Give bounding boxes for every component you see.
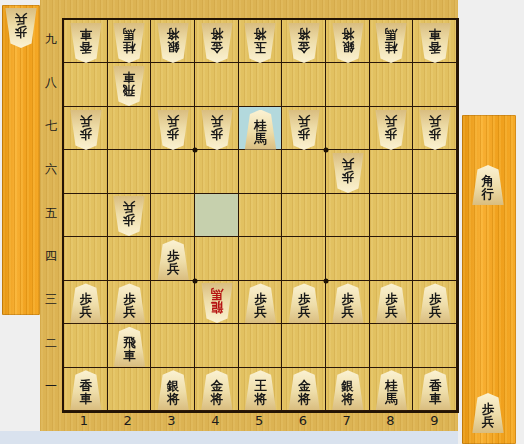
square-1-6[interactable] — [64, 150, 108, 193]
piece-kanji: 将 — [342, 28, 355, 41]
piece-pawn-sente[interactable]: 歩兵 — [243, 283, 277, 323]
piece-pawn-sente[interactable]: 歩兵 — [418, 283, 452, 323]
square-8-2[interactable] — [370, 324, 414, 367]
piece-kanji: 兵 — [211, 115, 224, 128]
square-8-9[interactable]: 桂馬 — [370, 20, 414, 63]
file-label-6: 6 — [281, 412, 325, 431]
piece-kanji: 将 — [167, 28, 180, 41]
square-4-1[interactable]: 金将 — [195, 368, 239, 411]
square-8-3[interactable]: 歩兵 — [370, 281, 414, 324]
file-label-2: 2 — [106, 412, 150, 431]
piece-lance-sente[interactable]: 香車 — [69, 370, 103, 410]
hoshi-dot — [193, 148, 198, 153]
file-label-5: 5 — [237, 412, 281, 431]
piece-gold-gote[interactable]: 金将 — [200, 23, 234, 63]
square-1-4[interactable] — [64, 237, 108, 280]
piece-kanji: 歩 — [298, 128, 311, 141]
square-3-3[interactable] — [151, 281, 195, 324]
piece-kanji: 馬 — [211, 288, 224, 301]
square-4-3[interactable]: 龍馬 — [195, 281, 239, 324]
piece-kanji: 将 — [254, 392, 267, 405]
piece-pawn-sente[interactable]: 歩兵 — [471, 393, 505, 433]
square-9-5[interactable] — [413, 194, 457, 237]
square-2-9[interactable]: 桂馬 — [108, 20, 152, 63]
piece-kanji: 歩 — [15, 26, 28, 39]
window-bottom-edge — [0, 431, 458, 444]
rank-label-2: 二 — [40, 322, 62, 365]
square-3-1[interactable]: 銀将 — [151, 368, 195, 411]
piece-kanji: 馬 — [385, 392, 398, 405]
piece-lance-gote[interactable]: 香車 — [69, 23, 103, 63]
hoshi-dot — [324, 278, 329, 283]
file-label-8: 8 — [369, 412, 413, 431]
piece-pawn-gote[interactable]: 歩兵 — [4, 8, 38, 48]
rank-label-8: 八 — [40, 61, 62, 104]
piece-kanji: 歩 — [211, 128, 224, 141]
square-5-8[interactable] — [239, 63, 283, 106]
piece-kanji: 将 — [211, 28, 224, 41]
piece-kanji: 香 — [80, 41, 93, 54]
square-7-5[interactable] — [326, 194, 370, 237]
piece-kanji: 兵 — [482, 415, 495, 428]
square-1-7[interactable]: 歩兵 — [64, 107, 108, 150]
square-9-2[interactable] — [413, 324, 457, 367]
piece-kanji: 歩 — [429, 128, 442, 141]
piece-rook-sente[interactable]: 飛車 — [112, 327, 146, 367]
piece-kanji: 歩 — [385, 128, 398, 141]
square-9-3[interactable]: 歩兵 — [413, 281, 457, 324]
square-4-9[interactable]: 金将 — [195, 20, 239, 63]
piece-kanji: 車 — [123, 349, 136, 362]
piece-kanji: 歩 — [123, 214, 136, 227]
piece-kanji: 銀 — [167, 41, 180, 54]
square-7-9[interactable]: 銀将 — [326, 20, 370, 63]
piece-kanji: 車 — [429, 28, 442, 41]
piece-kanji: 兵 — [15, 13, 28, 26]
square-9-8[interactable] — [413, 63, 457, 106]
piece-kanji: 馬 — [385, 28, 398, 41]
rank-label-4: 四 — [40, 235, 62, 278]
piece-kanji: 金 — [211, 41, 224, 54]
rank-label-6: 六 — [40, 148, 62, 191]
piece-pawn-sente[interactable]: 歩兵 — [374, 283, 408, 323]
square-7-6[interactable]: 歩兵 — [326, 150, 370, 193]
piece-promoted-bishop-gote[interactable]: 龍馬 — [200, 283, 234, 323]
piece-pawn-gote[interactable]: 歩兵 — [331, 153, 365, 193]
square-4-4[interactable] — [195, 237, 239, 280]
square-3-8[interactable] — [151, 63, 195, 106]
square-5-7[interactable]: 桂馬 — [239, 107, 283, 150]
piece-kanji: 桂 — [385, 41, 398, 54]
piece-kanji: 将 — [298, 392, 311, 405]
piece-kanji: 香 — [429, 41, 442, 54]
square-3-7[interactable]: 歩兵 — [151, 107, 195, 150]
square-6-8[interactable] — [282, 63, 326, 106]
piece-knight-gote[interactable]: 桂馬 — [112, 23, 146, 63]
piece-kanji: 金 — [298, 41, 311, 54]
piece-pawn-gote[interactable]: 歩兵 — [69, 110, 103, 150]
piece-kanji: 兵 — [298, 305, 311, 318]
piece-kanji: 将 — [298, 28, 311, 41]
piece-kanji: 兵 — [385, 115, 398, 128]
piece-gold-sente[interactable]: 金将 — [200, 370, 234, 410]
shogi-app: 歩兵 九八七六五四三二一 香車桂馬銀将金将玉将金将銀将桂馬香車飛車歩兵歩兵歩兵桂… — [0, 0, 524, 444]
square-8-5[interactable] — [370, 194, 414, 237]
square-1-8[interactable] — [64, 63, 108, 106]
square-1-2[interactable] — [64, 324, 108, 367]
piece-kanji: 歩 — [167, 128, 180, 141]
piece-kanji: 馬 — [254, 132, 267, 145]
piece-kanji: 飛 — [123, 336, 136, 349]
square-9-1[interactable]: 香車 — [413, 368, 457, 411]
piece-pawn-sente[interactable]: 歩兵 — [69, 283, 103, 323]
square-6-6[interactable] — [282, 150, 326, 193]
square-1-5[interactable] — [64, 194, 108, 237]
piece-pawn-gote[interactable]: 歩兵 — [374, 110, 408, 150]
piece-kanji: 桂 — [254, 119, 267, 132]
square-3-9[interactable]: 銀将 — [151, 20, 195, 63]
square-5-1[interactable]: 王将 — [239, 368, 283, 411]
piece-silver-sente[interactable]: 銀将 — [156, 370, 190, 410]
file-label-1: 1 — [62, 412, 106, 431]
piece-kanji: 兵 — [342, 158, 355, 171]
piece-kanji: 歩 — [342, 171, 355, 184]
square-1-1[interactable]: 香車 — [64, 368, 108, 411]
square-7-4[interactable] — [326, 237, 370, 280]
piece-kanji: 将 — [254, 28, 267, 41]
square-4-2[interactable] — [195, 324, 239, 367]
square-6-2[interactable] — [282, 324, 326, 367]
square-9-7[interactable]: 歩兵 — [413, 107, 457, 150]
square-5-5[interactable] — [239, 194, 283, 237]
file-label-9: 9 — [412, 412, 456, 431]
piece-gold-gote[interactable]: 金将 — [287, 23, 321, 63]
piece-kanji: 将 — [211, 392, 224, 405]
square-3-2[interactable] — [151, 324, 195, 367]
square-5-4[interactable] — [239, 237, 283, 280]
square-4-7[interactable]: 歩兵 — [195, 107, 239, 150]
rank-label-7: 七 — [40, 105, 62, 148]
square-7-2[interactable] — [326, 324, 370, 367]
piece-kanji: 兵 — [167, 262, 180, 275]
file-label-3: 3 — [150, 412, 194, 431]
square-2-6[interactable] — [108, 150, 152, 193]
piece-kanji: 玉 — [254, 41, 267, 54]
piece-pawn-gote[interactable]: 歩兵 — [287, 110, 321, 150]
square-3-5[interactable] — [151, 194, 195, 237]
square-6-7[interactable]: 歩兵 — [282, 107, 326, 150]
square-2-7[interactable] — [108, 107, 152, 150]
square-1-3[interactable]: 歩兵 — [64, 281, 108, 324]
sente-captured-stand: 角行歩兵 — [462, 115, 516, 444]
square-2-2[interactable]: 飛車 — [108, 324, 152, 367]
square-8-4[interactable] — [370, 237, 414, 280]
square-3-4[interactable]: 歩兵 — [151, 237, 195, 280]
piece-gold-sente[interactable]: 金将 — [287, 370, 321, 410]
piece-knight-sente[interactable]: 桂馬 — [243, 110, 277, 150]
square-8-1[interactable]: 桂馬 — [370, 368, 414, 411]
piece-kanji: 車 — [80, 392, 93, 405]
square-9-4[interactable] — [413, 237, 457, 280]
piece-kanji: 兵 — [123, 305, 136, 318]
square-2-1[interactable] — [108, 368, 152, 411]
square-2-5[interactable]: 歩兵 — [108, 194, 152, 237]
hoshi-dot — [324, 148, 329, 153]
piece-rook-gote[interactable]: 飛車 — [112, 66, 146, 106]
square-5-6[interactable] — [239, 150, 283, 193]
piece-kanji: 桂 — [123, 41, 136, 54]
square-7-3[interactable]: 歩兵 — [326, 281, 370, 324]
piece-kanji: 歩 — [80, 128, 93, 141]
piece-kanji: 兵 — [80, 115, 93, 128]
piece-silver-gote[interactable]: 銀将 — [156, 23, 190, 63]
piece-kanji: 兵 — [254, 305, 267, 318]
piece-knight-sente[interactable]: 桂馬 — [374, 370, 408, 410]
piece-lance-gote[interactable]: 香車 — [418, 23, 452, 63]
board-grid: 香車桂馬銀将金将玉将金将銀将桂馬香車飛車歩兵歩兵歩兵桂馬歩兵歩兵歩兵歩兵歩兵歩兵… — [62, 18, 459, 413]
rank-label-1: 一 — [40, 365, 62, 408]
piece-kanji: 兵 — [80, 305, 93, 318]
square-1-9[interactable]: 香車 — [64, 20, 108, 63]
piece-silver-gote[interactable]: 銀将 — [331, 23, 365, 63]
piece-kanji: 行 — [482, 187, 495, 200]
square-2-8[interactable]: 飛車 — [108, 63, 152, 106]
piece-kanji: 兵 — [429, 115, 442, 128]
square-7-8[interactable] — [326, 63, 370, 106]
piece-kanji: 兵 — [342, 305, 355, 318]
piece-kanji: 飛 — [123, 84, 136, 97]
piece-kanji: 馬 — [123, 28, 136, 41]
square-7-1[interactable]: 銀将 — [326, 368, 370, 411]
piece-king-gote[interactable]: 玉将 — [243, 23, 277, 63]
piece-kanji: 車 — [429, 392, 442, 405]
square-9-6[interactable] — [413, 150, 457, 193]
square-5-3[interactable]: 歩兵 — [239, 281, 283, 324]
file-label-4: 4 — [193, 412, 237, 431]
piece-silver-sente[interactable]: 銀将 — [331, 370, 365, 410]
piece-pawn-sente[interactable]: 歩兵 — [112, 283, 146, 323]
piece-kanji: 将 — [167, 392, 180, 405]
square-4-8[interactable] — [195, 63, 239, 106]
square-5-2[interactable] — [239, 324, 283, 367]
piece-kanji: 銀 — [342, 41, 355, 54]
file-label-7: 7 — [325, 412, 369, 431]
hoshi-dot — [193, 278, 198, 283]
square-4-6[interactable] — [195, 150, 239, 193]
piece-lance-sente[interactable]: 香車 — [418, 370, 452, 410]
square-4-5[interactable] — [195, 194, 239, 237]
square-6-9[interactable]: 金将 — [282, 20, 326, 63]
square-8-7[interactable]: 歩兵 — [370, 107, 414, 150]
piece-pawn-sente[interactable]: 歩兵 — [331, 283, 365, 323]
square-8-8[interactable] — [370, 63, 414, 106]
rank-label-5: 五 — [40, 192, 62, 235]
rank-label-3: 三 — [40, 278, 62, 321]
square-2-4[interactable] — [108, 237, 152, 280]
piece-kanji: 車 — [123, 71, 136, 84]
piece-pawn-gote[interactable]: 歩兵 — [418, 110, 452, 150]
square-5-9[interactable]: 玉将 — [239, 20, 283, 63]
piece-pawn-gote[interactable]: 歩兵 — [112, 196, 146, 236]
piece-knight-gote[interactable]: 桂馬 — [374, 23, 408, 63]
piece-pawn-gote[interactable]: 歩兵 — [156, 110, 190, 150]
gote-captured-stand: 歩兵 — [2, 5, 40, 315]
piece-kanji: 兵 — [298, 115, 311, 128]
piece-bishop-sente[interactable]: 角行 — [471, 165, 505, 205]
piece-kanji: 龍 — [211, 301, 224, 314]
piece-pawn-gote[interactable]: 歩兵 — [200, 110, 234, 150]
square-3-6[interactable] — [151, 150, 195, 193]
piece-kanji: 車 — [80, 28, 93, 41]
piece-king-sente[interactable]: 王将 — [243, 370, 277, 410]
rank-label-9: 九 — [40, 18, 62, 61]
square-8-6[interactable] — [370, 150, 414, 193]
square-6-5[interactable] — [282, 194, 326, 237]
shogi-board: 九八七六五四三二一 香車桂馬銀将金将玉将金将銀将桂馬香車飛車歩兵歩兵歩兵桂馬歩兵… — [40, 0, 458, 431]
square-6-3[interactable]: 歩兵 — [282, 281, 326, 324]
piece-pawn-sente[interactable]: 歩兵 — [287, 283, 321, 323]
square-6-1[interactable]: 金将 — [282, 368, 326, 411]
square-9-9[interactable]: 香車 — [413, 20, 457, 63]
piece-kanji: 歩 — [167, 249, 180, 262]
square-2-3[interactable]: 歩兵 — [108, 281, 152, 324]
square-6-4[interactable] — [282, 237, 326, 280]
piece-pawn-sente[interactable]: 歩兵 — [156, 240, 190, 280]
piece-kanji: 兵 — [167, 115, 180, 128]
square-7-7[interactable] — [326, 107, 370, 150]
piece-kanji: 兵 — [123, 201, 136, 214]
piece-kanji: 将 — [342, 392, 355, 405]
piece-kanji: 兵 — [429, 305, 442, 318]
piece-kanji: 兵 — [385, 305, 398, 318]
